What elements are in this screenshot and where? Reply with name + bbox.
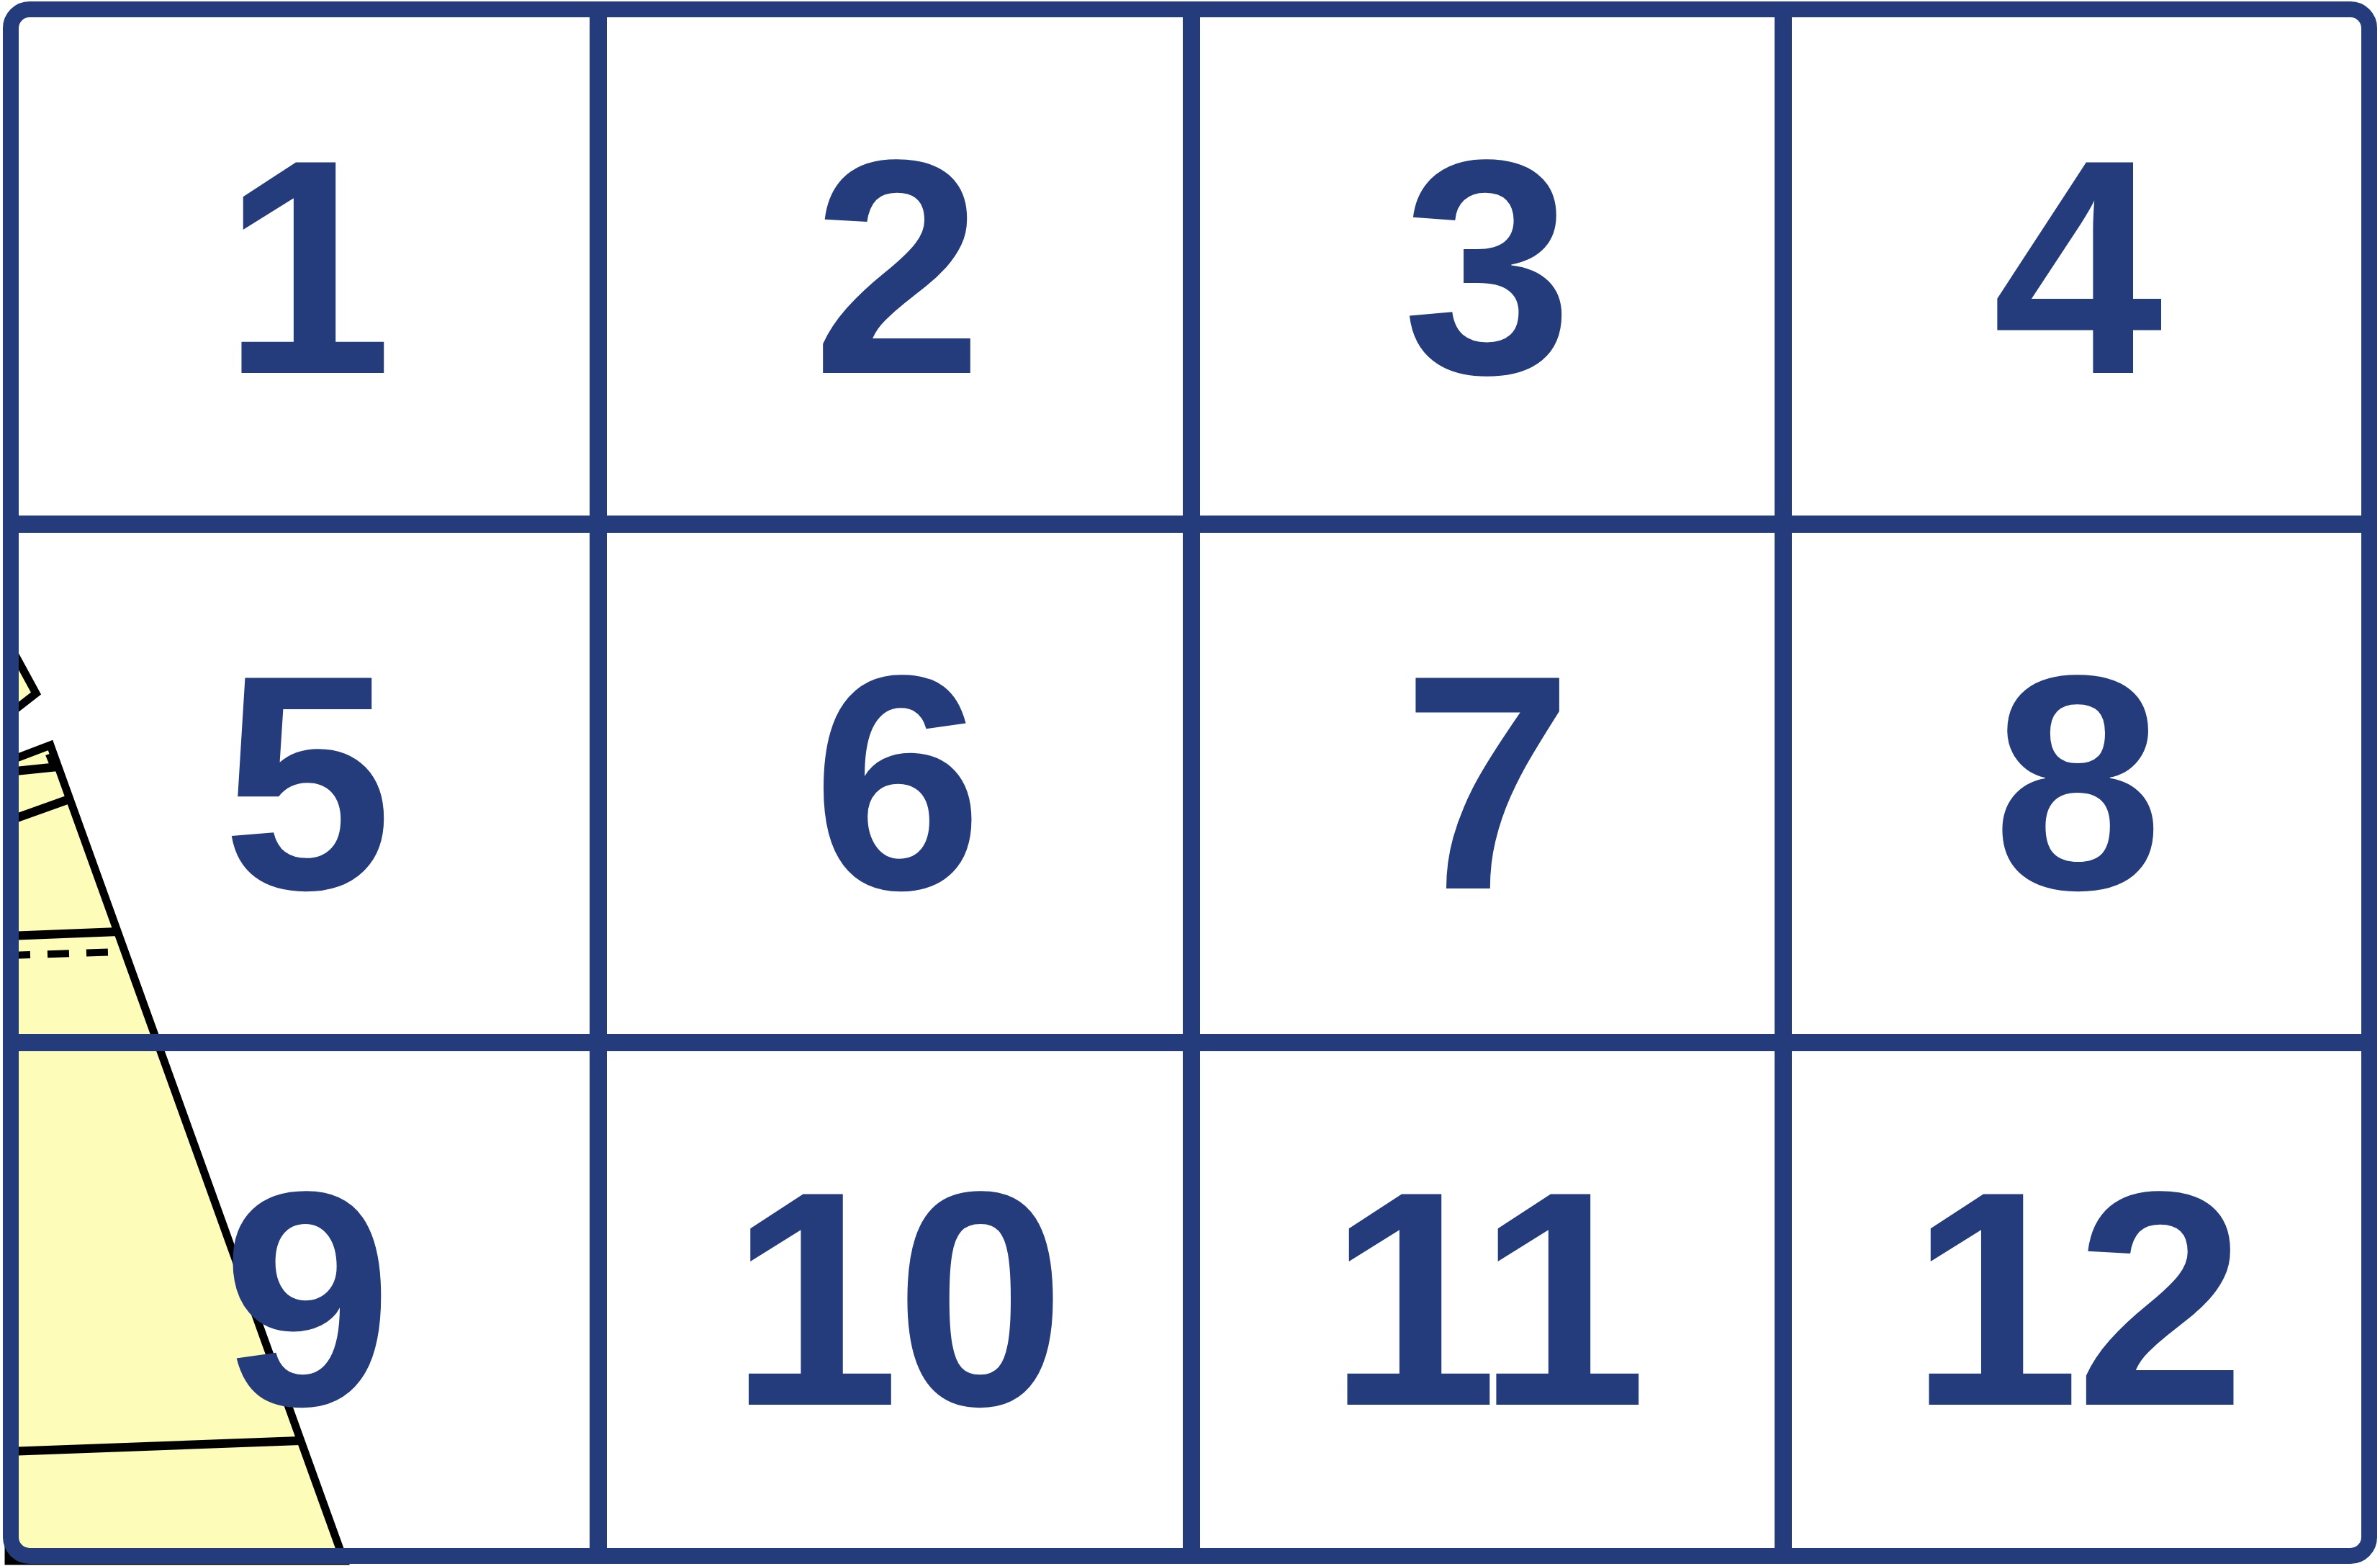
tile-number: 1: [222, 114, 388, 420]
tile-number: 10: [729, 1146, 1061, 1452]
tile-number: 8: [1993, 629, 2158, 935]
tile-number: 3: [1402, 114, 1568, 420]
tile-number: 5: [222, 629, 388, 935]
page-grid-diagram: 1 2 3 4 5 6 7 8 9 10 11 12: [0, 0, 2380, 1566]
tile-9: 9: [19, 1049, 592, 1548]
tile-11: 11: [1199, 1049, 1772, 1548]
tile-number: 11: [1328, 1146, 1643, 1452]
tile-number: 7: [1402, 629, 1568, 935]
tile-6: 6: [609, 534, 1182, 1032]
tile-4: 4: [1789, 17, 2362, 516]
tile-10: 10: [609, 1049, 1182, 1548]
tile-number: 4: [1993, 114, 2158, 420]
tile-number: 12: [1910, 1146, 2242, 1452]
tile-7: 7: [1199, 534, 1772, 1032]
tile-3: 3: [1199, 17, 1772, 516]
tile-12: 12: [1789, 1049, 2362, 1548]
tile-grid: 1 2 3 4 5 6 7 8 9 10 11 12: [0, 0, 2380, 1566]
tile-2: 2: [609, 17, 1182, 516]
tile-number: 6: [812, 629, 978, 935]
tile-8: 8: [1789, 534, 2362, 1032]
tile-5: 5: [19, 534, 592, 1032]
tile-number: 2: [812, 114, 978, 420]
tile-number: 9: [222, 1146, 388, 1452]
tile-1: 1: [19, 17, 592, 516]
